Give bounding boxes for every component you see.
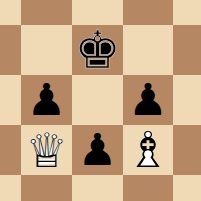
square-r2c4[interactable] — [173, 75, 201, 125]
square-r3c3[interactable]: ♝♗ — [123, 125, 173, 175]
square-r4c2[interactable] — [72, 175, 123, 201]
black-pawn-glyph: ♟ — [78, 128, 117, 172]
black-pawn-glyph: ♟ — [27, 78, 66, 122]
square-r1c1[interactable] — [21, 25, 72, 75]
black-pawn-piece[interactable]: ♟ — [128, 78, 167, 122]
square-r1c0[interactable] — [0, 25, 21, 75]
square-r3c2[interactable]: ♟ — [72, 125, 123, 175]
chess-board: ♚♟♟♛♕♟♝♗ — [0, 0, 201, 201]
square-r4c0[interactable] — [0, 175, 21, 201]
square-r1c2[interactable]: ♚ — [72, 25, 123, 75]
square-r0c0[interactable] — [0, 0, 21, 25]
square-r4c1[interactable] — [21, 175, 72, 201]
square-r1c3[interactable] — [123, 25, 173, 75]
square-r3c0[interactable] — [0, 125, 21, 175]
black-king-glyph: ♚ — [74, 24, 121, 76]
black-pawn-piece[interactable]: ♟ — [27, 78, 66, 122]
square-r2c0[interactable] — [0, 75, 21, 125]
white-bishop-piece[interactable]: ♝♗ — [126, 125, 171, 175]
black-king-piece[interactable]: ♚ — [74, 24, 121, 76]
square-r2c3[interactable]: ♟ — [123, 75, 173, 125]
white-queen-piece[interactable]: ♛♕ — [25, 127, 67, 174]
square-r0c3[interactable] — [123, 0, 173, 25]
black-pawn-glyph: ♟ — [128, 78, 167, 122]
square-r2c2[interactable] — [72, 75, 123, 125]
square-r0c1[interactable] — [21, 0, 72, 25]
square-r3c1[interactable]: ♛♕ — [21, 125, 72, 175]
black-pawn-piece[interactable]: ♟ — [78, 128, 117, 172]
square-r1c4[interactable] — [173, 25, 201, 75]
white-bishop-outline-glyph: ♗ — [126, 125, 171, 175]
square-r2c1[interactable]: ♟ — [21, 75, 72, 125]
square-r3c4[interactable] — [173, 125, 201, 175]
white-queen-outline-glyph: ♕ — [25, 127, 67, 174]
square-r0c4[interactable] — [173, 0, 201, 25]
square-r4c4[interactable] — [173, 175, 201, 201]
